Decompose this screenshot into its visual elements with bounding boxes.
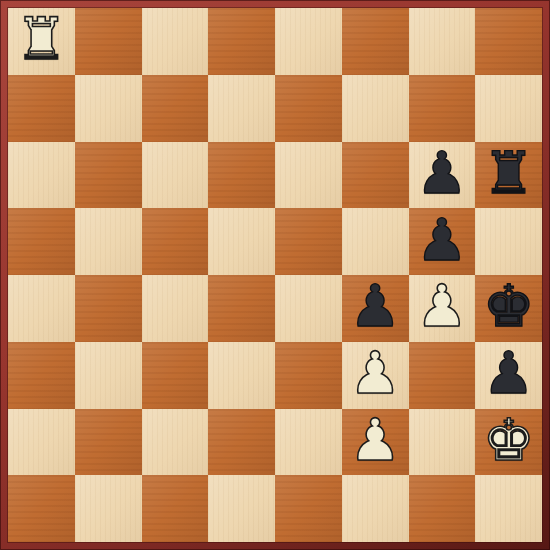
square-h4[interactable]: ♚ (475, 275, 542, 342)
square-a2[interactable] (8, 409, 75, 476)
black-pawn-f4: ♟ (349, 275, 401, 339)
black-pawn-g5: ♟ (416, 208, 468, 272)
square-f8[interactable] (342, 8, 409, 75)
square-g7[interactable] (409, 75, 476, 142)
square-g3[interactable] (409, 342, 476, 409)
square-g8[interactable] (409, 8, 476, 75)
white-pawn-f3: ♟ (349, 342, 401, 406)
square-c3[interactable] (142, 342, 209, 409)
square-e4[interactable] (275, 275, 342, 342)
square-b8[interactable] (75, 8, 142, 75)
square-d4[interactable] (208, 275, 275, 342)
square-a6[interactable] (8, 142, 75, 209)
square-c7[interactable] (142, 75, 209, 142)
square-a3[interactable] (8, 342, 75, 409)
square-d5[interactable] (208, 208, 275, 275)
square-h7[interactable] (475, 75, 542, 142)
square-d6[interactable] (208, 142, 275, 209)
square-f5[interactable] (342, 208, 409, 275)
white-pawn-f2: ♟ (349, 409, 401, 473)
square-f6[interactable] (342, 142, 409, 209)
square-d2[interactable] (208, 409, 275, 476)
square-a5[interactable] (8, 208, 75, 275)
black-king-h4: ♚ (483, 275, 535, 339)
square-f3[interactable]: ♟ (342, 342, 409, 409)
square-h5[interactable] (475, 208, 542, 275)
square-g1[interactable] (409, 475, 476, 542)
square-b1[interactable] (75, 475, 142, 542)
square-g2[interactable] (409, 409, 476, 476)
square-f1[interactable] (342, 475, 409, 542)
square-e2[interactable] (275, 409, 342, 476)
square-h6[interactable]: ♜ (475, 142, 542, 209)
square-g5[interactable]: ♟ (409, 208, 476, 275)
square-c5[interactable] (142, 208, 209, 275)
square-h8[interactable] (475, 8, 542, 75)
square-h1[interactable] (475, 475, 542, 542)
square-b6[interactable] (75, 142, 142, 209)
square-e7[interactable] (275, 75, 342, 142)
square-h2[interactable]: ♚ (475, 409, 542, 476)
square-a4[interactable] (8, 275, 75, 342)
square-c4[interactable] (142, 275, 209, 342)
black-pawn-g6: ♟ (416, 142, 468, 206)
square-e6[interactable] (275, 142, 342, 209)
square-a1[interactable] (8, 475, 75, 542)
white-pawn-g4: ♟ (416, 275, 468, 339)
square-g4[interactable]: ♟ (409, 275, 476, 342)
square-b2[interactable] (75, 409, 142, 476)
square-e8[interactable] (275, 8, 342, 75)
square-b4[interactable] (75, 275, 142, 342)
square-e1[interactable] (275, 475, 342, 542)
square-b3[interactable] (75, 342, 142, 409)
square-h3[interactable]: ♟ (475, 342, 542, 409)
black-rook-h6: ♜ (483, 142, 535, 206)
square-d7[interactable] (208, 75, 275, 142)
square-c8[interactable] (142, 8, 209, 75)
square-g6[interactable]: ♟ (409, 142, 476, 209)
square-a8[interactable]: ♜ (8, 8, 75, 75)
square-e3[interactable] (275, 342, 342, 409)
white-king-h2: ♚ (483, 409, 535, 473)
square-f4[interactable]: ♟ (342, 275, 409, 342)
square-b7[interactable] (75, 75, 142, 142)
square-c6[interactable] (142, 142, 209, 209)
square-e5[interactable] (275, 208, 342, 275)
square-f7[interactable] (342, 75, 409, 142)
board-frame: ♜♟♜♟♟♟♚♟♟♟♚ (0, 0, 550, 550)
white-rook-a8: ♜ (15, 8, 67, 72)
square-d3[interactable] (208, 342, 275, 409)
square-f2[interactable]: ♟ (342, 409, 409, 476)
chess-board: ♜♟♜♟♟♟♚♟♟♟♚ (8, 8, 542, 542)
square-d8[interactable] (208, 8, 275, 75)
square-c1[interactable] (142, 475, 209, 542)
square-b5[interactable] (75, 208, 142, 275)
square-c2[interactable] (142, 409, 209, 476)
black-pawn-h3: ♟ (483, 342, 535, 406)
square-a7[interactable] (8, 75, 75, 142)
square-d1[interactable] (208, 475, 275, 542)
